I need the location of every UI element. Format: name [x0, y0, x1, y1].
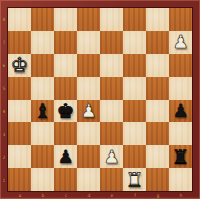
board-square[interactable]: ♜	[123, 168, 146, 191]
board-square[interactable]	[31, 145, 54, 168]
board-square[interactable]	[123, 77, 146, 100]
board-square[interactable]	[146, 54, 169, 77]
file-label: e	[109, 193, 115, 198]
board-square[interactable]	[146, 168, 169, 191]
board-square[interactable]: ♟	[77, 100, 100, 123]
board-square[interactable]: ♟	[169, 100, 192, 123]
board-square[interactable]	[123, 8, 146, 31]
board-square[interactable]	[100, 100, 123, 123]
board-square[interactable]	[146, 8, 169, 31]
board-square[interactable]	[169, 77, 192, 100]
board-square[interactable]	[54, 122, 77, 145]
board-square[interactable]: ♟	[169, 31, 192, 54]
board-square[interactable]	[146, 77, 169, 100]
board-square[interactable]: ♟	[100, 145, 123, 168]
file-label: c	[63, 193, 69, 198]
board-square[interactable]	[77, 122, 100, 145]
file-label: d	[86, 193, 92, 198]
board-square[interactable]	[8, 8, 31, 31]
rank-label: 2	[2, 154, 7, 159]
board-square[interactable]	[31, 122, 54, 145]
board-square[interactable]: ♟	[54, 145, 77, 168]
board-square[interactable]	[31, 77, 54, 100]
board-square[interactable]	[123, 122, 146, 145]
board-square[interactable]	[100, 54, 123, 77]
file-label: h	[178, 193, 184, 198]
black-rook[interactable]: ♜	[172, 147, 190, 167]
board-square[interactable]: ♝	[31, 100, 54, 123]
board-square[interactable]	[100, 8, 123, 31]
file-label: f	[132, 193, 138, 198]
board-square[interactable]	[123, 100, 146, 123]
board-square[interactable]	[146, 100, 169, 123]
white-pawn[interactable]: ♟	[172, 33, 188, 51]
board-square[interactable]	[8, 77, 31, 100]
board-square[interactable]: ♚	[54, 100, 77, 123]
board-square[interactable]	[54, 168, 77, 191]
file-label: a	[17, 193, 23, 198]
board-square[interactable]	[54, 31, 77, 54]
rank-label: 1	[2, 177, 7, 182]
board-square[interactable]	[54, 77, 77, 100]
board-square[interactable]	[100, 168, 123, 191]
white-king[interactable]: ♚	[11, 55, 29, 75]
rank-label: 3	[2, 132, 7, 137]
board-square[interactable]	[77, 77, 100, 100]
rank-label: 4	[2, 109, 7, 114]
board-square[interactable]	[31, 54, 54, 77]
board-square[interactable]	[169, 168, 192, 191]
board-square[interactable]	[8, 145, 31, 168]
board-square[interactable]	[77, 145, 100, 168]
rank-label: 6	[2, 63, 7, 68]
white-pawn[interactable]: ♟	[80, 102, 96, 120]
file-label: g	[155, 193, 161, 198]
board-square[interactable]	[31, 168, 54, 191]
chess-board: ♟♚♝♚♟♟♟♟♜♜	[8, 8, 192, 191]
board-square[interactable]	[54, 54, 77, 77]
board-square[interactable]	[77, 54, 100, 77]
black-bishop[interactable]: ♝	[34, 101, 52, 121]
board-square[interactable]	[169, 122, 192, 145]
board-square[interactable]	[31, 31, 54, 54]
file-label: b	[40, 193, 46, 198]
rank-label: 8	[2, 17, 7, 22]
board-square[interactable]	[8, 122, 31, 145]
board-square[interactable]	[77, 8, 100, 31]
board-square[interactable]	[8, 168, 31, 191]
board-square[interactable]	[169, 54, 192, 77]
white-pawn[interactable]: ♟	[103, 148, 119, 166]
board-square[interactable]	[100, 122, 123, 145]
black-pawn[interactable]: ♟	[172, 102, 188, 120]
board-square[interactable]	[8, 31, 31, 54]
board-square[interactable]	[146, 31, 169, 54]
board-square[interactable]	[123, 54, 146, 77]
board-square[interactable]	[77, 31, 100, 54]
rank-label: 5	[2, 86, 7, 91]
board-square[interactable]	[100, 31, 123, 54]
board-square[interactable]	[77, 168, 100, 191]
board-square[interactable]	[100, 77, 123, 100]
board-square[interactable]	[54, 8, 77, 31]
board-square[interactable]	[31, 8, 54, 31]
board-square[interactable]	[8, 100, 31, 123]
black-king[interactable]: ♚	[57, 101, 75, 121]
board-square[interactable]	[169, 8, 192, 31]
board-square[interactable]: ♜	[169, 145, 192, 168]
board-square[interactable]	[146, 145, 169, 168]
board-square[interactable]	[123, 31, 146, 54]
board-square[interactable]	[123, 145, 146, 168]
black-pawn[interactable]: ♟	[57, 148, 73, 166]
white-rook[interactable]: ♜	[126, 170, 144, 190]
board-square[interactable]	[146, 122, 169, 145]
board-square[interactable]: ♚	[8, 54, 31, 77]
chess-board-frame: ♟♚♝♚♟♟♟♟♜♜ 87654321abcdefgh	[0, 0, 200, 199]
rank-label: 7	[2, 40, 7, 45]
